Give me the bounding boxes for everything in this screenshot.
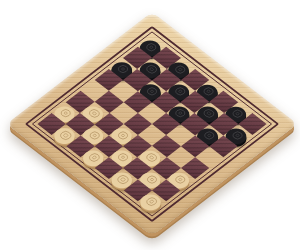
photo-background: ●●●●●●●●●●●●●●●●●●●●●●●● (0, 0, 300, 250)
checkers-board: ●●●●●●●●●●●●●●●●●●●●●●●● (6, 12, 297, 236)
board-grid: ●●●●●●●●●●●●●●●●●●●●●●●● (37, 36, 266, 212)
